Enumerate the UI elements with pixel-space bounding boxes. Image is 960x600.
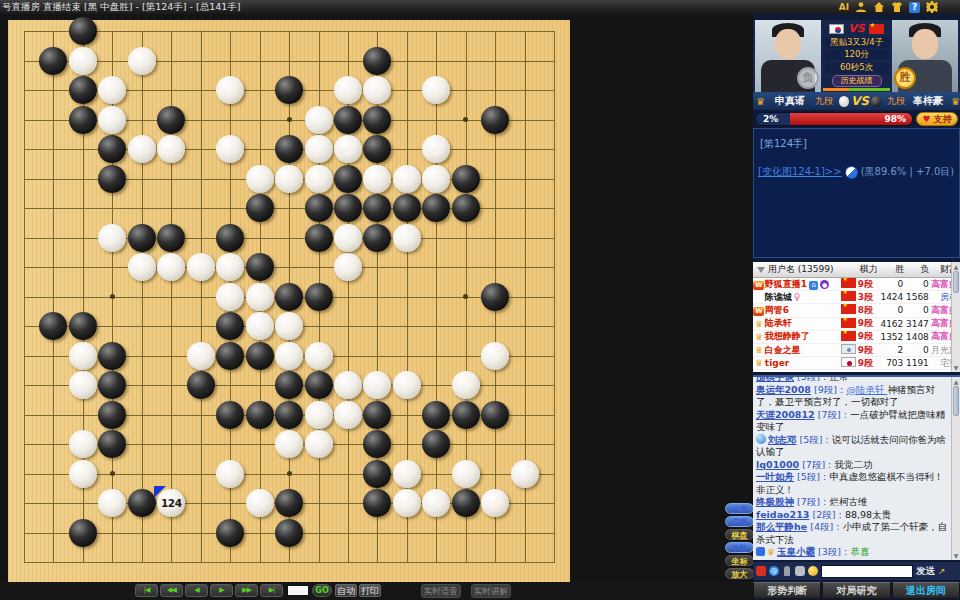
black-stone [246, 342, 274, 370]
table-row[interactable]: ♛我想静静了9段13521408高富帅 [753, 331, 960, 344]
cn-flag-icon [841, 318, 856, 328]
black-stone [452, 401, 480, 429]
white-winrate: 2% [763, 113, 778, 126]
white-stone [334, 135, 362, 163]
chat-input-row: @ 发送 ↗ [753, 562, 960, 580]
black-stone [216, 312, 244, 340]
exit-room-button[interactable]: 退出房间 [892, 582, 960, 599]
black-stone [334, 106, 362, 134]
black-stone [275, 135, 303, 163]
white-stone-move-124: 124 [157, 489, 185, 517]
chat-message: 终极股神 [7段]：烂柯古维 [756, 496, 950, 509]
black-stone [275, 489, 303, 517]
match-info: VS 黑贴3又3/4子 120分 60秒5次 历史战绩 [821, 20, 892, 92]
white-stone [363, 165, 391, 193]
cn-flag-icon [841, 331, 856, 341]
panel-buttons: 形势判断 对局研究 退出房间 [753, 582, 960, 599]
chat-username[interactable]: 奥运年2008 [756, 384, 811, 395]
white-stone [393, 460, 421, 488]
auto-button[interactable]: 自动 [335, 584, 357, 597]
chat-message: 尤人3 [5段]：就是要敢于亮剑 [756, 559, 950, 561]
table-row[interactable]: 陈谯城♀3段14241568房权 [753, 291, 960, 304]
nav-button-4[interactable]: ▶▶ [235, 584, 258, 597]
black-winrate: 98% [884, 113, 906, 126]
white-stone [69, 47, 97, 75]
black-stone [275, 283, 303, 311]
right-panel: 负 胜 VS 黑贴3又3/4子 120分 60秒5次 历史战绩 ♛ 申真 [753, 14, 960, 600]
side-button-坐标[interactable]: 坐标 [725, 555, 754, 566]
chat-username[interactable]: 那么平静he [756, 521, 807, 532]
white-stone [69, 342, 97, 370]
black-stone [69, 312, 97, 340]
chat-username[interactable]: 刘志邓 [768, 434, 797, 445]
username: 陈谯城 [765, 292, 792, 302]
side-button-手数[interactable]: 手数 [725, 542, 754, 553]
black-stone [98, 342, 126, 370]
nav-button-1[interactable]: ◀◀ [160, 584, 183, 597]
vs-center-label: VS [851, 94, 869, 108]
title-bar: 号直播房 直播结束 [黑 中盘胜] - [第124手] - [总141手] AI… [0, 0, 960, 14]
white-stone [422, 135, 450, 163]
right-result-seal: 胜 [894, 67, 916, 89]
white-stone [246, 312, 274, 340]
home-icon[interactable] [873, 1, 885, 13]
help-icon[interactable]: ? [909, 2, 920, 13]
send-button[interactable]: 发送 [916, 565, 935, 578]
black-stone [305, 224, 333, 252]
mini-progress-bar [823, 88, 890, 91]
white-stone [157, 253, 185, 281]
grid-line [24, 562, 555, 563]
crown-icon: ♛ [755, 332, 763, 342]
crown-icon: ♛ [767, 547, 775, 557]
black-stone [69, 17, 97, 45]
chat-username[interactable]: lq01000 [756, 459, 799, 470]
history-record-button[interactable]: 历史战绩 [832, 75, 882, 87]
username: tiger [765, 358, 789, 368]
white-stone [275, 342, 303, 370]
chat-username[interactable]: feidao213 [756, 509, 809, 520]
table-row[interactable]: ♛白金之星9段20月光族 [753, 344, 960, 357]
black-stone [69, 106, 97, 134]
player-card: 负 胜 VS 黑贴3又3/4子 120分 60秒5次 历史战绩 [753, 20, 960, 92]
white-stone [98, 106, 126, 134]
user-table-header: 用户名 (13599) 棋力 胜 负 财富 [753, 262, 960, 278]
black-stone [157, 106, 185, 134]
star-point [463, 294, 468, 299]
white-stone [69, 371, 97, 399]
crown-icon: ♛ [755, 319, 763, 329]
black-stone [305, 371, 333, 399]
white-stone [422, 165, 450, 193]
white-stone [275, 312, 303, 340]
badge-icon: ● [820, 280, 829, 289]
black-stone [363, 401, 391, 429]
white-stone [128, 253, 156, 281]
black-stone [305, 283, 333, 311]
white-stone [128, 47, 156, 75]
white-stone [216, 283, 244, 311]
star-point [110, 294, 115, 299]
white-stone [481, 342, 509, 370]
white-stone [69, 460, 97, 488]
black-stone [334, 194, 362, 222]
user-table: 用户名 (13599) 棋力 胜 负 财富 W野狐直播1⌂●9段00高富帅陈谯城… [753, 262, 960, 372]
current-move-label: [第124手] [760, 137, 807, 151]
black-stone [157, 224, 185, 252]
black-stone [216, 519, 244, 547]
white-stone [363, 371, 391, 399]
gear-icon[interactable] [926, 1, 938, 13]
black-stone [246, 194, 274, 222]
black-stone [422, 401, 450, 429]
black-stone [481, 283, 509, 311]
white-stone [452, 460, 480, 488]
table-row[interactable]: W野狐直播1⌂●9段00高富帅 [753, 278, 960, 291]
white-stone [422, 489, 450, 517]
col-loss[interactable]: 负 [904, 263, 929, 276]
white-stone [305, 135, 333, 163]
chat-username[interactable]: 围棋手谈 [756, 375, 794, 382]
chat-username[interactable]: 一叶如舟 [756, 471, 794, 482]
white-stone [305, 106, 333, 134]
white-stone [393, 489, 421, 517]
winrate-row: 2% 98% ♥ 支持 [755, 112, 958, 126]
side-button-分享[interactable]: 分享 [725, 503, 754, 514]
live-commentary-button[interactable]: 实时讲解 [471, 584, 511, 598]
white-stone [334, 371, 362, 399]
white-stone [98, 76, 126, 104]
side-button-广播[interactable]: 广播 [725, 516, 754, 527]
white-stone [275, 165, 303, 193]
white-stone [305, 342, 333, 370]
chat-username[interactable]: 终极股神 [756, 496, 794, 507]
white-stone [305, 401, 333, 429]
filter-icon[interactable] [757, 267, 765, 273]
right-player-photo: 胜 [892, 20, 958, 92]
black-stone [128, 224, 156, 252]
white-stone [216, 135, 244, 163]
byoyomi: 60秒5次 [825, 62, 889, 73]
chat-message: 刘志邓 [5段]：说可以活就去问问你爸为啥认输了 [756, 434, 950, 459]
black-stone [216, 401, 244, 429]
black-stone [39, 312, 67, 340]
microphone-icon[interactable] [784, 566, 790, 576]
bottom-strip: |◀◀◀◀▶▶▶▶| GO 自动 打印 实时语音 实时讲解 [0, 582, 753, 600]
black-stone [128, 489, 156, 517]
black-stone [246, 253, 274, 281]
black-stone-icon [871, 96, 881, 107]
white-stone [246, 283, 274, 311]
white-stone [69, 430, 97, 458]
white-stone [246, 165, 274, 193]
fox-crown-icon: W [753, 281, 764, 290]
white-stone-icon [839, 96, 849, 107]
chat-area: 围棋手谈 [5段]：正常奥运年2008 [9段]：@陆承轩 神猪预言对了，聂卫平… [753, 375, 960, 560]
black-stone [452, 165, 480, 193]
female-icon: ♀ [794, 292, 801, 302]
col-strength[interactable]: 棋力 [859, 263, 881, 276]
username: 网管6 [765, 305, 789, 315]
username: 白金之星 [765, 345, 801, 355]
right-player-rank: 九段 [887, 95, 905, 108]
crown-icon: ♛ [951, 96, 960, 107]
black-stone [187, 371, 215, 399]
black-stone [363, 224, 391, 252]
table-row[interactable]: ♛陆承轩9段41623147高富帅 [753, 318, 960, 331]
white-stone [422, 76, 450, 104]
black-stone [422, 194, 450, 222]
go-broadcast-client: 号直播房 直播结束 [黑 中盘胜] - [第124手] - [总141手] AI… [0, 0, 960, 600]
korea-flag-icon [829, 24, 844, 34]
star-point [287, 117, 292, 122]
nav-button-2[interactable]: ◀ [185, 584, 208, 597]
black-stone [69, 76, 97, 104]
star-point [287, 471, 292, 476]
chat-message: 围棋手谈 [5段]：正常 [756, 375, 950, 384]
black-stone [39, 47, 67, 75]
black-stone [452, 489, 480, 517]
black-stone [216, 342, 244, 370]
chat-scrollbar[interactable]: ▲ ▼ [951, 377, 960, 560]
chat-username[interactable]: 尤人3 [756, 559, 782, 561]
white-stone [216, 253, 244, 281]
side-button-棋盘[interactable]: 棋盘 [725, 529, 754, 540]
black-stone [98, 401, 126, 429]
star-point [463, 117, 468, 122]
right-player-name: 辜梓豪 [913, 94, 943, 108]
white-stone [187, 342, 215, 370]
nav-button-5[interactable]: ▶| [260, 584, 283, 597]
white-stone [334, 76, 362, 104]
user-table-scrollbar[interactable]: ▲ ▼ [951, 262, 960, 372]
grid-line [554, 31, 555, 563]
black-stone [452, 194, 480, 222]
black-stone [246, 401, 274, 429]
crown-icon: ♛ [755, 345, 763, 355]
ai-eval-text: (黑89.6% | +7.0目) [861, 165, 955, 179]
chat-message: feidao213 [2段]：88,98太贵 [756, 509, 950, 522]
white-stone [334, 224, 362, 252]
white-stone [393, 224, 421, 252]
white-stone [275, 430, 303, 458]
white-stone [305, 430, 333, 458]
position-judge-button[interactable]: 形势判断 [753, 582, 821, 599]
black-stone [363, 430, 391, 458]
chat-input[interactable] [821, 565, 913, 578]
black-stone [275, 519, 303, 547]
shirt-icon[interactable] [891, 1, 903, 13]
black-stone [481, 401, 509, 429]
user-table-body: W野狐直播1⌂●9段00高富帅陈谯城♀3段14241568房权W网管68段00高… [753, 278, 960, 370]
user-icon[interactable] [855, 1, 867, 13]
move-number-input[interactable] [287, 585, 309, 596]
col-username[interactable]: 用户名 (13599) [768, 263, 843, 276]
broadcast-icon[interactable] [756, 566, 766, 576]
white-stone [363, 76, 391, 104]
black-stone [422, 430, 450, 458]
vs-label: VS [848, 22, 864, 35]
nav-button-0[interactable]: |◀ [135, 584, 158, 597]
chat-message: 那么平静he [4段]：小申成了第二个轩豪，自杀式下法 [756, 521, 950, 546]
white-stone [187, 253, 215, 281]
black-stone [275, 76, 303, 104]
white-stone [157, 135, 185, 163]
black-stone [393, 194, 421, 222]
white-stone [393, 371, 421, 399]
other-flag-icon [841, 344, 856, 354]
cn-flag-icon [841, 278, 856, 288]
support-button[interactable]: ♥ 支持 [916, 112, 958, 126]
game-research-button[interactable]: 对局研究 [822, 582, 890, 599]
white-stone [216, 76, 244, 104]
left-player-photo: 负 [755, 20, 821, 92]
chat-message: 奥运年2008 [9段]：@陆承轩 神猪预言对了，聂卫平预言对了，一切都对了 [756, 384, 950, 409]
cn-flag-icon [841, 291, 856, 301]
live-voice-button[interactable]: 实时语音 [421, 584, 461, 598]
chat-message: 一叶如舟 [5段]：申真虚忽悠盗棋不当得利！非正义！ [756, 471, 950, 496]
white-stone [481, 489, 509, 517]
col-win[interactable]: 胜 [881, 263, 904, 276]
white-stone [246, 489, 274, 517]
black-stone [98, 165, 126, 193]
speech-bubble-icon[interactable] [795, 566, 805, 576]
member-icon [756, 547, 765, 556]
username: 野狐直播1 [765, 279, 807, 289]
left-result-seal: 负 [797, 67, 819, 89]
black-stone [98, 135, 126, 163]
white-stone [305, 165, 333, 193]
left-player-name: 申真谞 [775, 94, 805, 108]
cn-flag-icon [841, 304, 856, 314]
black-stone [334, 165, 362, 193]
variation-info-panel: [第124手] [变化图124-1]>> (黑89.6% | +7.0目) [753, 128, 960, 258]
black-stone [69, 519, 97, 547]
black-stone [363, 106, 391, 134]
heart-icon: ♥ [922, 114, 930, 124]
black-stone [481, 106, 509, 134]
table-row[interactable]: W网管68段00高富帅 [753, 304, 960, 317]
black-stone [363, 194, 391, 222]
fox-crown-icon: W [753, 307, 764, 316]
move-navigation: |◀◀◀◀▶▶▶▶| [135, 584, 283, 597]
send-arrow-icon[interactable]: ↗ [938, 566, 946, 576]
username: 陆承轩 [765, 318, 792, 328]
grid-line [436, 31, 437, 563]
variation-link[interactable]: [变化图124-1]>> [758, 165, 842, 179]
china-flag-icon [869, 24, 884, 34]
chat-message: ♛玉皇小霸 [3段]：恭喜 [756, 546, 950, 559]
go-button[interactable]: GO [312, 584, 332, 597]
white-stone [98, 224, 126, 252]
side-button-放大[interactable]: 放大 [725, 568, 754, 579]
winrate-bar: 2% 98% [755, 112, 913, 126]
black-stone [363, 489, 391, 517]
white-stone [393, 165, 421, 193]
chat-message: 天涯200812 [7段]：一点破护臂就把唐味精变味了 [756, 409, 950, 434]
print-button[interactable]: 打印 [359, 584, 381, 597]
crown-icon: ♛ [756, 96, 765, 107]
globe-icon [756, 434, 766, 444]
go-board[interactable]: 124 [8, 20, 570, 583]
chat-username[interactable]: 玉皇小霸 [777, 546, 815, 557]
white-stone [98, 489, 126, 517]
main-time: 120分 [825, 49, 889, 60]
username: 我想静静了 [765, 331, 810, 341]
window-title: 号直播房 直播结束 [黑 中盘胜] - [第124手] - [总141手] [2, 0, 241, 14]
player-name-row: ♛ 申真谞 九段 VS 九段 辜梓豪 ♛ [753, 92, 960, 110]
white-stone [452, 371, 480, 399]
at-icon[interactable]: @ [769, 566, 779, 576]
black-stone [363, 135, 391, 163]
komi-rule: 黑贴3又3/4子 [825, 37, 889, 48]
black-stone [305, 194, 333, 222]
white-stone [128, 135, 156, 163]
black-stone [98, 371, 126, 399]
white-stone [511, 460, 539, 488]
black-stone [363, 460, 391, 488]
room-icon: ⌂ [809, 281, 818, 290]
nav-button-3[interactable]: ▶ [210, 584, 233, 597]
black-stone [216, 224, 244, 252]
jp-flag-icon [841, 357, 856, 367]
ai-eval-icon [845, 166, 858, 179]
ai-label[interactable]: AI [839, 0, 849, 14]
crown-icon: ♛ [755, 358, 763, 368]
black-stone [275, 401, 303, 429]
left-player-rank: 九段 [815, 95, 833, 108]
white-stone [334, 253, 362, 281]
white-stone [334, 401, 362, 429]
table-row[interactable]: ♛tiger9段7031191宅男 [753, 357, 960, 370]
black-stone [363, 47, 391, 75]
emoji-icon[interactable] [808, 566, 818, 576]
white-stone [216, 460, 244, 488]
black-stone [98, 430, 126, 458]
black-stone [275, 371, 303, 399]
chat-message: lq01000 [7段]：我觉二功 [756, 459, 950, 472]
star-point [110, 471, 115, 476]
chat-username[interactable]: 天涯200812 [756, 409, 815, 420]
